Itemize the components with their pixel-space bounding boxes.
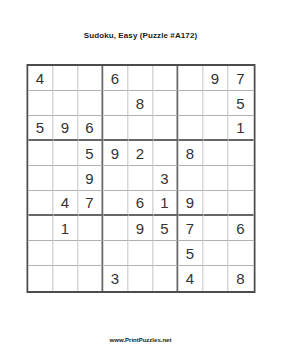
cell-r6c6: 1 <box>153 191 178 216</box>
cell-r4c8 <box>203 141 228 166</box>
cell-r9c2 <box>53 266 78 291</box>
page-title: Sudoku, Easy (Puzzle #A172) <box>0 31 281 40</box>
cell-r5c5 <box>128 166 153 191</box>
cell-r9c6 <box>153 266 178 291</box>
cell-r4c1 <box>28 141 53 166</box>
cell-r1c7 <box>178 66 203 91</box>
cell-r9c5 <box>128 266 153 291</box>
cell-r9c7: 4 <box>178 266 203 291</box>
cell-r6c3: 7 <box>78 191 103 216</box>
cell-r2c6 <box>153 91 178 116</box>
cell-r6c7: 9 <box>178 191 203 216</box>
cell-r8c9 <box>228 241 253 266</box>
cell-r2c5: 8 <box>128 91 153 116</box>
cell-r5c2 <box>53 166 78 191</box>
cell-r2c4 <box>103 91 128 116</box>
cell-r7c6: 5 <box>153 216 178 241</box>
cell-r3c3: 6 <box>78 116 103 141</box>
cell-r6c8 <box>203 191 228 216</box>
cell-r4c5: 2 <box>128 141 153 166</box>
cell-r4c9 <box>228 141 253 166</box>
cell-r9c9: 8 <box>228 266 253 291</box>
cell-r3c6 <box>153 116 178 141</box>
cell-r2c8 <box>203 91 228 116</box>
cell-r6c9 <box>228 191 253 216</box>
cell-r4c4: 9 <box>103 141 128 166</box>
cell-r3c2: 9 <box>53 116 78 141</box>
cell-r2c3 <box>78 91 103 116</box>
cell-r7c9: 6 <box>228 216 253 241</box>
footer-url: www.PrintPuzzles.net <box>0 337 281 343</box>
cell-r8c8 <box>203 241 228 266</box>
cell-r7c7: 7 <box>178 216 203 241</box>
cell-r8c7: 5 <box>178 241 203 266</box>
cell-r3c5 <box>128 116 153 141</box>
cell-r8c3 <box>78 241 103 266</box>
cell-r3c1: 5 <box>28 116 53 141</box>
cell-r5c8 <box>203 166 228 191</box>
cell-r5c4 <box>103 166 128 191</box>
cell-r2c9: 5 <box>228 91 253 116</box>
cell-r7c4 <box>103 216 128 241</box>
cell-r1c3 <box>78 66 103 91</box>
cell-r2c1 <box>28 91 53 116</box>
cell-r5c6: 3 <box>153 166 178 191</box>
cell-r1c8: 9 <box>203 66 228 91</box>
cell-r7c8 <box>203 216 228 241</box>
cell-r3c9: 1 <box>228 116 253 141</box>
cell-r4c6 <box>153 141 178 166</box>
cell-r5c1 <box>28 166 53 191</box>
cell-r3c7 <box>178 116 203 141</box>
cell-r4c3: 5 <box>78 141 103 166</box>
cell-r5c7 <box>178 166 203 191</box>
cell-r7c5: 9 <box>128 216 153 241</box>
cell-r5c9 <box>228 166 253 191</box>
cell-r3c8 <box>203 116 228 141</box>
sudoku-grid: 469785596159289347619195765348 <box>26 64 255 293</box>
cell-r8c1 <box>28 241 53 266</box>
cell-r5c3: 9 <box>78 166 103 191</box>
cell-r9c8 <box>203 266 228 291</box>
cell-r9c1 <box>28 266 53 291</box>
cell-r1c2 <box>53 66 78 91</box>
cell-r8c4 <box>103 241 128 266</box>
cell-r2c7 <box>178 91 203 116</box>
cell-r2c2 <box>53 91 78 116</box>
cell-r9c4: 3 <box>103 266 128 291</box>
cell-r8c2 <box>53 241 78 266</box>
cell-r6c2: 4 <box>53 191 78 216</box>
cell-r6c4 <box>103 191 128 216</box>
cell-r8c6 <box>153 241 178 266</box>
cell-r4c2 <box>53 141 78 166</box>
cell-r3c4 <box>103 116 128 141</box>
cell-r7c1 <box>28 216 53 241</box>
cell-r7c3 <box>78 216 103 241</box>
cell-r1c5 <box>128 66 153 91</box>
cell-r7c2: 1 <box>53 216 78 241</box>
cell-r1c9: 7 <box>228 66 253 91</box>
cell-r1c6 <box>153 66 178 91</box>
cell-r6c5: 6 <box>128 191 153 216</box>
cell-r9c3 <box>78 266 103 291</box>
cell-r4c7: 8 <box>178 141 203 166</box>
cell-r8c5 <box>128 241 153 266</box>
cell-r6c1 <box>28 191 53 216</box>
cell-r1c4: 6 <box>103 66 128 91</box>
cell-r1c1: 4 <box>28 66 53 91</box>
